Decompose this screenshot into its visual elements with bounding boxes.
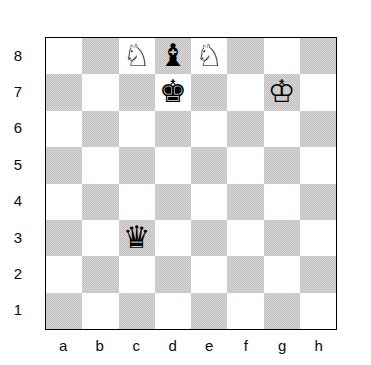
square-f1[interactable] (227, 293, 263, 329)
square-e2[interactable] (191, 256, 227, 292)
square-g4[interactable] (264, 184, 300, 220)
file-label-a: a (45, 334, 82, 356)
black-king-d7: ♚ (159, 76, 187, 107)
square-g8[interactable] (264, 38, 300, 74)
square-g3[interactable] (264, 220, 300, 256)
square-a8[interactable] (46, 38, 82, 74)
file-label-d: d (155, 334, 192, 356)
square-b4[interactable] (82, 184, 118, 220)
file-label-b: b (82, 334, 119, 356)
square-d7[interactable]: ♚ (155, 74, 191, 110)
square-a2[interactable] (46, 256, 82, 292)
rank-label-4: 4 (0, 183, 36, 219)
rank-label-5: 5 (0, 146, 36, 182)
rank-label-1: 1 (0, 292, 36, 328)
square-e4[interactable] (191, 184, 227, 220)
square-c6[interactable] (119, 111, 155, 147)
rank-label-7: 7 (0, 73, 36, 109)
white-knight-c8: ♘ (123, 40, 151, 71)
square-h2[interactable] (300, 256, 336, 292)
square-d5[interactable] (155, 147, 191, 183)
square-h1[interactable] (300, 293, 336, 329)
black-queen-c3: ♛ (123, 222, 151, 253)
white-king-g7: ♔ (268, 76, 296, 107)
square-e8[interactable]: ♘ (191, 38, 227, 74)
file-label-f: f (228, 334, 265, 356)
chess-board: ♘♝♘♚♔♛ (45, 37, 337, 330)
square-a4[interactable] (46, 184, 82, 220)
square-g6[interactable] (264, 111, 300, 147)
square-e1[interactable] (191, 293, 227, 329)
square-f6[interactable] (227, 111, 263, 147)
file-label-e: e (191, 334, 228, 356)
square-h3[interactable] (300, 220, 336, 256)
square-f8[interactable] (227, 38, 263, 74)
square-a6[interactable] (46, 111, 82, 147)
square-b6[interactable] (82, 111, 118, 147)
rank-label-6: 6 (0, 110, 36, 146)
square-g7[interactable]: ♔ (264, 74, 300, 110)
square-d4[interactable] (155, 184, 191, 220)
square-h7[interactable] (300, 74, 336, 110)
square-d3[interactable] (155, 220, 191, 256)
square-e7[interactable] (191, 74, 227, 110)
file-labels: abcdefgh (45, 334, 337, 356)
square-g5[interactable] (264, 147, 300, 183)
rank-label-8: 8 (0, 37, 36, 73)
square-e5[interactable] (191, 147, 227, 183)
square-c1[interactable] (119, 293, 155, 329)
square-d2[interactable] (155, 256, 191, 292)
square-d1[interactable] (155, 293, 191, 329)
square-c4[interactable] (119, 184, 155, 220)
square-f2[interactable] (227, 256, 263, 292)
square-h4[interactable] (300, 184, 336, 220)
square-d8[interactable]: ♝ (155, 38, 191, 74)
white-knight-e8: ♘ (195, 40, 223, 71)
square-a5[interactable] (46, 147, 82, 183)
file-label-h: h (301, 334, 338, 356)
square-e3[interactable] (191, 220, 227, 256)
square-a3[interactable] (46, 220, 82, 256)
square-h5[interactable] (300, 147, 336, 183)
square-f7[interactable] (227, 74, 263, 110)
square-c3[interactable]: ♛ (119, 220, 155, 256)
file-label-c: c (118, 334, 155, 356)
square-c2[interactable] (119, 256, 155, 292)
square-g2[interactable] (264, 256, 300, 292)
square-b1[interactable] (82, 293, 118, 329)
square-d6[interactable] (155, 111, 191, 147)
file-label-g: g (264, 334, 301, 356)
square-e6[interactable] (191, 111, 227, 147)
square-b5[interactable] (82, 147, 118, 183)
square-f4[interactable] (227, 184, 263, 220)
square-h6[interactable] (300, 111, 336, 147)
square-c5[interactable] (119, 147, 155, 183)
square-c8[interactable]: ♘ (119, 38, 155, 74)
black-bishop-d8: ♝ (159, 40, 187, 71)
square-b8[interactable] (82, 38, 118, 74)
square-b3[interactable] (82, 220, 118, 256)
square-g1[interactable] (264, 293, 300, 329)
square-f5[interactable] (227, 147, 263, 183)
square-f3[interactable] (227, 220, 263, 256)
rank-label-2: 2 (0, 255, 36, 291)
square-b7[interactable] (82, 74, 118, 110)
rank-labels: 87654321 (0, 37, 36, 328)
square-b2[interactable] (82, 256, 118, 292)
square-a7[interactable] (46, 74, 82, 110)
square-c7[interactable] (119, 74, 155, 110)
square-a1[interactable] (46, 293, 82, 329)
rank-label-3: 3 (0, 219, 36, 255)
square-h8[interactable] (300, 38, 336, 74)
